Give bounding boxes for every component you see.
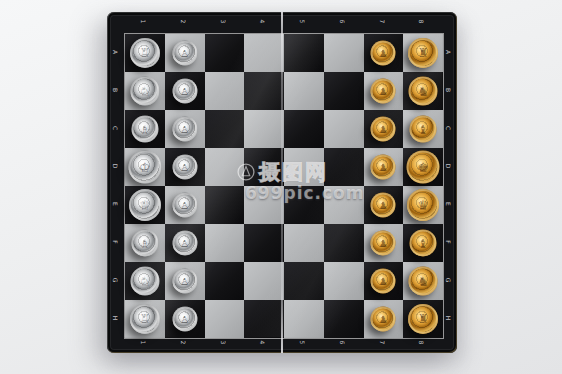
square-A4: [244, 34, 284, 72]
square-B8: ♞: [403, 72, 443, 110]
chess-board: 12345678 12345678 ABCDEFGH ABCDEFGH ♖♙♟♜…: [107, 12, 457, 353]
square-C2: ♙: [165, 110, 205, 148]
square-F1: ♗: [125, 224, 165, 262]
square-A5: [284, 34, 324, 72]
square-C5: [284, 110, 324, 148]
white-pawn-H2: ♙: [172, 307, 197, 332]
square-G6: [324, 262, 364, 300]
square-A3: [205, 34, 245, 72]
white-pawn-F2: ♙: [172, 231, 197, 256]
square-H7: ♟: [364, 300, 404, 338]
square-E3: [205, 186, 245, 224]
white-rook-H1: ♖: [130, 304, 160, 334]
square-B2: ♙: [165, 72, 205, 110]
square-C4: [244, 110, 284, 148]
square-F2: ♙: [165, 224, 205, 262]
white-bishop-F1: ♗: [131, 230, 158, 257]
white-rook-A1: ♖: [130, 38, 160, 68]
black-bishop-C8: ♝: [410, 116, 437, 143]
square-B5: [284, 72, 324, 110]
square-A6: [324, 34, 364, 72]
square-G4: [244, 262, 284, 300]
photo-background: 12345678 12345678 ABCDEFGH ABCDEFGH ♖♙♟♜…: [0, 0, 562, 374]
square-F7: ♟: [364, 224, 404, 262]
black-pawn-G7: ♟: [371, 269, 396, 294]
square-E2: ♙: [165, 186, 205, 224]
square-H5: [284, 300, 324, 338]
black-pawn-F7: ♟: [371, 231, 396, 256]
square-F8: ♝: [403, 224, 443, 262]
file-labels-left: ABCDEFGH: [109, 33, 122, 337]
square-B4: [244, 72, 284, 110]
board-squares: ♖♙♟♜♘♙♟♞♗♙♟♝♔♙♟♚♕♙♟♛♗♙♟♝♘♙♟♞♖♙♟♜: [124, 33, 444, 339]
square-G1: ♘: [125, 262, 165, 300]
square-B7: ♟: [364, 72, 404, 110]
white-knight-G1: ♘: [130, 267, 159, 296]
rank-labels-top: 12345678: [124, 14, 442, 29]
square-D6: [324, 148, 364, 186]
square-C6: [324, 110, 364, 148]
square-H4: [244, 300, 284, 338]
square-B1: ♘: [125, 72, 165, 110]
black-rook-H8: ♜: [408, 304, 438, 334]
square-F4: [244, 224, 284, 262]
square-D1: ♔: [125, 148, 165, 186]
square-D5: [284, 148, 324, 186]
square-D4: [244, 148, 284, 186]
square-D3: [205, 148, 245, 186]
white-bishop-C1: ♗: [131, 116, 158, 143]
black-pawn-D7: ♟: [371, 155, 396, 180]
white-pawn-B2: ♙: [172, 79, 197, 104]
square-G8: ♞: [403, 262, 443, 300]
square-G5: [284, 262, 324, 300]
square-F6: [324, 224, 364, 262]
black-queen-E8: ♛: [407, 189, 439, 221]
square-A7: ♟: [364, 34, 404, 72]
board-fold-seam: [281, 12, 283, 353]
square-A2: ♙: [165, 34, 205, 72]
square-E4: [244, 186, 284, 224]
square-E5: [284, 186, 324, 224]
black-bishop-F8: ♝: [410, 230, 437, 257]
square-H3: [205, 300, 245, 338]
square-G3: [205, 262, 245, 300]
square-A1: ♖: [125, 34, 165, 72]
black-king-D8: ♚: [407, 151, 440, 184]
black-pawn-H7: ♟: [371, 307, 396, 332]
square-C8: ♝: [403, 110, 443, 148]
white-pawn-G2: ♙: [172, 269, 197, 294]
black-rook-A8: ♜: [408, 38, 438, 68]
black-pawn-C7: ♟: [371, 117, 396, 142]
square-H2: ♙: [165, 300, 205, 338]
square-D7: ♟: [364, 148, 404, 186]
white-queen-E1: ♕: [129, 189, 161, 221]
white-pawn-C2: ♙: [172, 117, 197, 142]
square-H6: [324, 300, 364, 338]
square-G7: ♟: [364, 262, 404, 300]
black-knight-G8: ♞: [409, 267, 438, 296]
white-pawn-E2: ♙: [172, 193, 197, 218]
white-knight-B1: ♘: [130, 77, 159, 106]
square-E7: ♟: [364, 186, 404, 224]
square-E1: ♕: [125, 186, 165, 224]
square-E6: [324, 186, 364, 224]
square-D8: ♚: [403, 148, 443, 186]
square-F5: [284, 224, 324, 262]
square-D2: ♙: [165, 148, 205, 186]
white-pawn-D2: ♙: [172, 155, 197, 180]
black-pawn-B7: ♟: [371, 79, 396, 104]
square-H1: ♖: [125, 300, 165, 338]
square-C1: ♗: [125, 110, 165, 148]
square-C7: ♟: [364, 110, 404, 148]
square-E8: ♛: [403, 186, 443, 224]
black-knight-B8: ♞: [409, 77, 438, 106]
square-F3: [205, 224, 245, 262]
black-pawn-E7: ♟: [371, 193, 396, 218]
square-H8: ♜: [403, 300, 443, 338]
white-king-D1: ♔: [128, 151, 161, 184]
square-B6: [324, 72, 364, 110]
white-pawn-A2: ♙: [172, 41, 197, 66]
square-C3: [205, 110, 245, 148]
square-G2: ♙: [165, 262, 205, 300]
square-B3: [205, 72, 245, 110]
black-pawn-A7: ♟: [371, 41, 396, 66]
square-A8: ♜: [403, 34, 443, 72]
